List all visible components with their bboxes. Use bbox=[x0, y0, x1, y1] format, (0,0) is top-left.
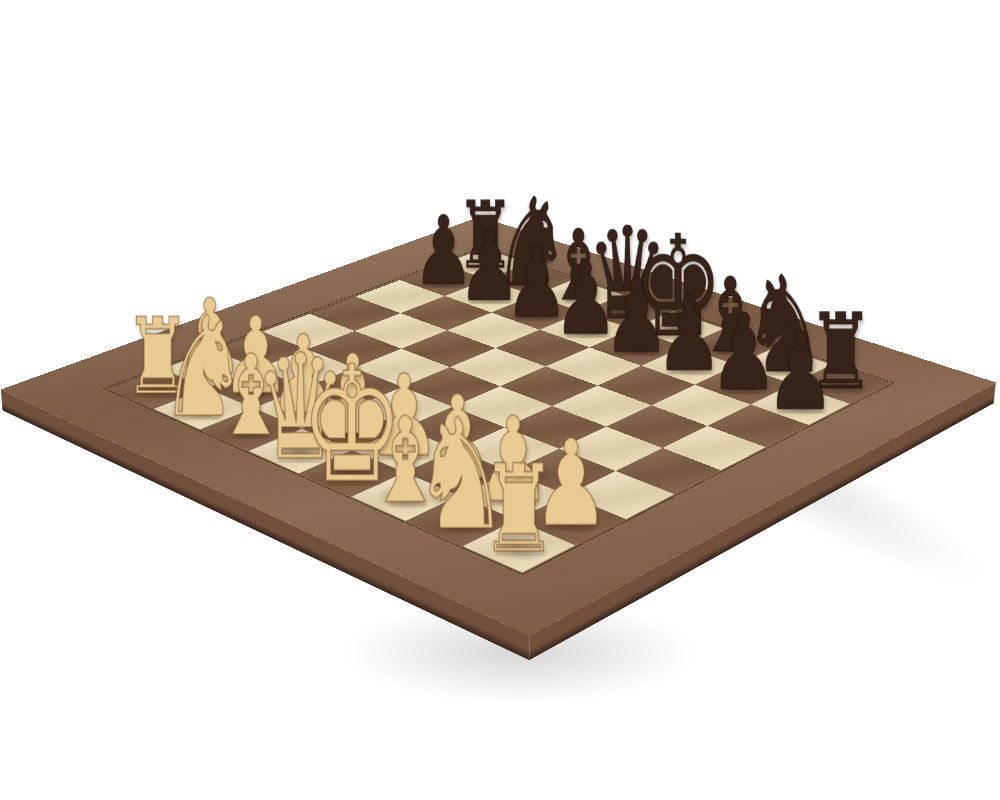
square-h7: ♟ bbox=[751, 384, 850, 425]
square-h1: ♜ bbox=[463, 520, 575, 573]
chessboard: ♜♞♝♛♚♝♞♜♟♟♟♟♟♟♟♟♟♟♟♟♟♟♟♟♜♞♝♛♚♝♞♜ bbox=[1, 217, 996, 636]
scene: ♜♞♝♛♚♝♞♜♟♟♟♟♟♟♟♟♟♟♟♟♟♟♟♟♜♞♝♛♚♝♞♜ bbox=[0, 0, 1000, 800]
